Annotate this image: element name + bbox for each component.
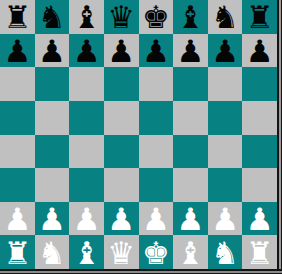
square-c4[interactable]	[69, 135, 104, 169]
piece-white-rook[interactable]: ♜	[3, 238, 31, 269]
square-b5[interactable]	[35, 101, 70, 135]
piece-white-queen[interactable]: ♛	[107, 238, 135, 269]
piece-white-pawn[interactable]: ♟	[107, 204, 135, 235]
square-h1[interactable]: ♜	[242, 235, 277, 269]
square-b6[interactable]	[35, 67, 70, 101]
piece-black-bishop[interactable]: ♝	[177, 2, 205, 33]
piece-white-pawn[interactable]: ♟	[3, 204, 31, 235]
square-h8[interactable]: ♜	[242, 0, 277, 34]
square-c3[interactable]	[69, 168, 104, 202]
square-b1[interactable]: ♞	[35, 235, 70, 269]
square-d5[interactable]	[104, 101, 139, 135]
square-a1[interactable]: ♜	[0, 235, 35, 269]
square-h3[interactable]	[242, 168, 277, 202]
square-c2[interactable]: ♟	[69, 202, 104, 236]
square-g1[interactable]: ♞	[208, 235, 243, 269]
piece-white-knight[interactable]: ♞	[211, 238, 239, 269]
square-b7[interactable]: ♟	[35, 34, 70, 68]
square-e3[interactable]	[139, 168, 174, 202]
square-g2[interactable]: ♟	[208, 202, 243, 236]
square-g3[interactable]	[208, 168, 243, 202]
square-f4[interactable]	[173, 135, 208, 169]
square-e7[interactable]: ♟	[139, 34, 174, 68]
square-c1[interactable]: ♝	[69, 235, 104, 269]
piece-black-rook[interactable]: ♜	[246, 2, 274, 33]
piece-black-rook[interactable]: ♜	[3, 2, 31, 33]
square-h2[interactable]: ♟	[242, 202, 277, 236]
square-f2[interactable]: ♟	[173, 202, 208, 236]
square-f3[interactable]	[173, 168, 208, 202]
piece-black-pawn[interactable]: ♟	[3, 36, 31, 67]
piece-white-pawn[interactable]: ♟	[211, 204, 239, 235]
square-e4[interactable]	[139, 135, 174, 169]
square-e5[interactable]	[139, 101, 174, 135]
square-d3[interactable]	[104, 168, 139, 202]
square-e2[interactable]: ♟	[139, 202, 174, 236]
square-f6[interactable]	[173, 67, 208, 101]
square-b8[interactable]: ♞	[35, 0, 70, 34]
piece-black-queen[interactable]: ♛	[107, 2, 135, 33]
square-d8[interactable]: ♛	[104, 0, 139, 34]
window-frame-bottom	[0, 269, 282, 274]
piece-black-bishop[interactable]: ♝	[73, 2, 101, 33]
square-f5[interactable]	[173, 101, 208, 135]
square-a8[interactable]: ♜	[0, 0, 35, 34]
piece-white-pawn[interactable]: ♟	[142, 204, 170, 235]
square-f1[interactable]: ♝	[173, 235, 208, 269]
square-c5[interactable]	[69, 101, 104, 135]
piece-white-pawn[interactable]: ♟	[177, 204, 205, 235]
square-f8[interactable]: ♝	[173, 0, 208, 34]
square-g5[interactable]	[208, 101, 243, 135]
piece-black-pawn[interactable]: ♟	[73, 36, 101, 67]
square-h7[interactable]: ♟	[242, 34, 277, 68]
piece-white-pawn[interactable]: ♟	[246, 204, 274, 235]
square-e8[interactable]: ♚	[139, 0, 174, 34]
square-h5[interactable]	[242, 101, 277, 135]
square-a4[interactable]	[0, 135, 35, 169]
window-frame-right	[277, 0, 282, 274]
piece-black-pawn[interactable]: ♟	[246, 36, 274, 67]
square-c7[interactable]: ♟	[69, 34, 104, 68]
square-c8[interactable]: ♝	[69, 0, 104, 34]
square-h4[interactable]	[242, 135, 277, 169]
piece-black-knight[interactable]: ♞	[38, 2, 66, 33]
piece-black-pawn[interactable]: ♟	[177, 36, 205, 67]
square-g7[interactable]: ♟	[208, 34, 243, 68]
square-e1[interactable]: ♚	[139, 235, 174, 269]
square-d7[interactable]: ♟	[104, 34, 139, 68]
piece-black-knight[interactable]: ♞	[211, 2, 239, 33]
square-d1[interactable]: ♛	[104, 235, 139, 269]
square-a6[interactable]	[0, 67, 35, 101]
square-d6[interactable]	[104, 67, 139, 101]
piece-black-pawn[interactable]: ♟	[211, 36, 239, 67]
piece-black-pawn[interactable]: ♟	[38, 36, 66, 67]
square-a5[interactable]	[0, 101, 35, 135]
square-g6[interactable]	[208, 67, 243, 101]
square-e6[interactable]	[139, 67, 174, 101]
square-f7[interactable]: ♟	[173, 34, 208, 68]
square-h6[interactable]	[242, 67, 277, 101]
piece-white-pawn[interactable]: ♟	[73, 204, 101, 235]
square-d2[interactable]: ♟	[104, 202, 139, 236]
square-b2[interactable]: ♟	[35, 202, 70, 236]
square-c6[interactable]	[69, 67, 104, 101]
chess-app-window: ♜♞♝♛♚♝♞♜♟♟♟♟♟♟♟♟♟♟♟♟♟♟♟♟♜♞♝♛♚♝♞♜	[0, 0, 282, 274]
piece-white-bishop[interactable]: ♝	[73, 238, 101, 269]
piece-white-knight[interactable]: ♞	[38, 238, 66, 269]
square-b3[interactable]	[35, 168, 70, 202]
piece-black-king[interactable]: ♚	[142, 2, 170, 33]
piece-white-rook[interactable]: ♜	[246, 238, 274, 269]
piece-white-king[interactable]: ♚	[142, 238, 170, 269]
piece-black-pawn[interactable]: ♟	[142, 36, 170, 67]
piece-black-pawn[interactable]: ♟	[107, 36, 135, 67]
square-b4[interactable]	[35, 135, 70, 169]
square-a3[interactable]	[0, 168, 35, 202]
square-g8[interactable]: ♞	[208, 0, 243, 34]
square-a2[interactable]: ♟	[0, 202, 35, 236]
chess-board: ♜♞♝♛♚♝♞♜♟♟♟♟♟♟♟♟♟♟♟♟♟♟♟♟♜♞♝♛♚♝♞♜	[0, 0, 277, 269]
piece-white-pawn[interactable]: ♟	[38, 204, 66, 235]
square-a7[interactable]: ♟	[0, 34, 35, 68]
square-g4[interactable]	[208, 135, 243, 169]
square-d4[interactable]	[104, 135, 139, 169]
piece-white-bishop[interactable]: ♝	[177, 238, 205, 269]
